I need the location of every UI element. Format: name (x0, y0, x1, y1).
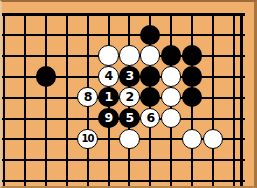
board-intersection (202, 128, 223, 149)
board-intersection (182, 66, 203, 87)
move-number-label: 1 (105, 91, 113, 104)
move-number-label: 2 (126, 91, 134, 104)
board-intersection (182, 128, 203, 149)
board-intersection: 1 (98, 87, 119, 108)
stone-move-1-black: 1 (98, 87, 118, 107)
stone-move-4-white: 4 (98, 66, 118, 86)
move-number-label: 3 (126, 70, 134, 83)
stone-black (161, 45, 181, 65)
stone-white (161, 87, 181, 107)
board-intersection: 3 (119, 66, 140, 87)
board-intersection: 9 (98, 108, 119, 129)
board-intersection (140, 66, 161, 87)
stone-white (119, 129, 139, 149)
board-intersection (161, 108, 182, 129)
stone-move-2-white: 2 (119, 87, 139, 107)
move-number-label: 9 (105, 112, 113, 125)
stone-white (119, 45, 139, 65)
board-intersection (182, 87, 203, 108)
stone-move-9-black: 9 (98, 108, 118, 128)
stone-white (98, 45, 118, 65)
board-intersection (182, 45, 203, 66)
board-intersection: 4 (98, 66, 119, 87)
board-intersection: 2 (119, 87, 140, 108)
move-number-label: 5 (126, 112, 134, 125)
board-stone-grid: 4381295610 (0, 4, 244, 188)
stone-black (182, 87, 202, 107)
stone-black (140, 87, 160, 107)
stone-black (140, 25, 160, 45)
board-intersection (161, 45, 182, 66)
board-intersection (35, 66, 56, 87)
go-board-diagram: 4381295610 (0, 0, 257, 188)
stone-black (182, 66, 202, 86)
board-intersection (140, 24, 161, 45)
board-intersection (119, 128, 140, 149)
board-intersection (140, 87, 161, 108)
move-number-label: 10 (82, 134, 94, 144)
board-intersection (98, 45, 119, 66)
stone-black (140, 66, 160, 86)
board-intersection (161, 66, 182, 87)
board-intersection (161, 87, 182, 108)
stone-black (36, 66, 56, 86)
stone-white (203, 129, 223, 149)
move-number-label: 6 (146, 112, 154, 125)
stone-black (182, 45, 202, 65)
stone-white (161, 108, 181, 128)
board-intersection: 6 (140, 108, 161, 129)
stone-white (161, 66, 181, 86)
stone-white (140, 45, 160, 65)
stone-white (182, 129, 202, 149)
stone-move-8-white: 8 (77, 87, 97, 107)
move-number-label: 8 (84, 91, 92, 104)
board-intersection: 10 (77, 128, 98, 149)
board-intersection (119, 45, 140, 66)
board-intersection (140, 45, 161, 66)
stone-move-6-white: 6 (140, 108, 160, 128)
board-intersection: 8 (77, 87, 98, 108)
stone-move-5-black: 5 (119, 108, 139, 128)
stone-move-10-white: 10 (77, 129, 97, 149)
stone-move-3-black: 3 (119, 66, 139, 86)
move-number-label: 4 (105, 70, 113, 83)
board-intersection: 5 (119, 108, 140, 129)
